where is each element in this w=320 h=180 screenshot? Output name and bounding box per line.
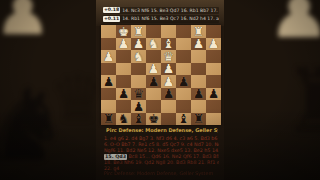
- black-rook: ♜: [193, 113, 204, 126]
- square-c8: ♝: [176, 113, 191, 126]
- white-pawn: ♟: [208, 38, 219, 51]
- square-c6: [176, 88, 191, 101]
- black-pawn: ♟: [193, 88, 204, 101]
- square-d8: [161, 113, 176, 126]
- square-a8: [206, 113, 221, 126]
- square-g8: ♞: [116, 113, 131, 126]
- square-b2: ♟: [191, 38, 206, 51]
- square-a4: [206, 63, 221, 76]
- engine-moves: 14. Nc3 Nf6 15. Be3 Qd7 16. Rb1 Bb7 17. …: [122, 7, 219, 14]
- white-pawn: ♟: [103, 50, 114, 63]
- square-b4: [191, 63, 206, 76]
- eval-badge: +0.18: [103, 7, 120, 13]
- white-knight: ♞: [133, 50, 144, 63]
- square-d7: [161, 100, 176, 113]
- square-h6: [101, 88, 116, 101]
- background-pawn-icon: ♟: [0, 0, 51, 44]
- square-b6: ♟: [191, 88, 206, 101]
- square-a7: [206, 100, 221, 113]
- square-h8: ♜: [101, 113, 116, 126]
- square-h5: ♟: [101, 75, 116, 88]
- background-rook-icon: ♜: [282, 58, 320, 146]
- black-king: ♚: [148, 113, 159, 126]
- video-thumbnail: ♟ ♟ ♞ ♛ ♜ +0.18 14. Nc3 Nf6 15. Be3 Qd7 …: [0, 0, 320, 180]
- chess-board: ♚♜♜♟♟♞♝♟♟♟♞♛♟♟♟♟♟♟♟♛♟♟♟♟♜♞♝♚♝♜: [101, 25, 221, 125]
- square-a6: ♟: [206, 88, 221, 101]
- square-c3: [176, 50, 191, 63]
- black-pawn: ♟: [178, 75, 189, 88]
- eval-badge: +0.11: [103, 16, 120, 22]
- black-pawn: ♟: [118, 88, 129, 101]
- background-pawn-icon: ♟: [268, 0, 320, 48]
- square-c5: ♟: [176, 75, 191, 88]
- square-a3: [206, 50, 221, 63]
- white-pawn: ♟: [193, 38, 204, 51]
- square-a2: ♟: [206, 38, 221, 51]
- black-pawn: ♟: [103, 75, 114, 88]
- square-c1: [176, 25, 191, 38]
- black-bishop: ♝: [133, 113, 144, 126]
- square-d6: ♟: [161, 88, 176, 101]
- square-e5: ♟: [146, 75, 161, 88]
- movelist-line: Pirc Defense: Modern Defense, Geller Sys…: [104, 171, 219, 176]
- black-pawn: ♟: [208, 88, 219, 101]
- square-g2: ♟: [116, 38, 131, 51]
- highlighted-move: 15. Qd3: [104, 154, 127, 160]
- movelist-line: 18. Be3 Nh6 19. Qd2 Ng8 20. Bd3 Rb8 21. …: [104, 160, 219, 166]
- engine-line-1: +0.18 14. Nc3 Nf6 15. Be3 Qd7 16. Rb1 Bb…: [103, 7, 219, 15]
- movelist-line: 6. O-O Bb7 7. Re1 c5 8. d5 Qc7 9. c4 Nd7…: [104, 142, 219, 148]
- square-b8: ♜: [191, 113, 206, 126]
- black-pawn: ♟: [148, 75, 159, 88]
- square-f4: [131, 63, 146, 76]
- square-g3: [116, 50, 131, 63]
- movelist-line: Ngf6 11. Bd2 Ne5 12. Nxe5 dxe5 13. Be2 h…: [104, 148, 219, 154]
- square-h3: ♟: [101, 50, 116, 63]
- square-e8: ♚: [146, 113, 161, 126]
- black-knight: ♞: [118, 113, 129, 126]
- move-list: 1. e4 g6 2. d4 Bg7 3. Nf3 d6 4. c3 a6 5.…: [104, 136, 219, 176]
- square-f3: ♞: [131, 50, 146, 63]
- movelist-line: 15. Qd3 Bc8 15... Qd6 16. Ne2 Qf6 17. Bd…: [104, 154, 219, 160]
- square-g4: [116, 63, 131, 76]
- white-knight: ♞: [148, 38, 159, 51]
- square-e2: ♞: [146, 38, 161, 51]
- square-h1: [101, 25, 116, 38]
- white-pawn: ♟: [118, 38, 129, 51]
- square-g6: ♟: [116, 88, 131, 101]
- black-bishop: ♝: [178, 113, 189, 126]
- engine-line-2: +0.11 14. Rb1 Nf6 15. Be3 Qc7 16. Nd2 h4…: [103, 15, 219, 23]
- square-c2: [176, 38, 191, 51]
- square-f8: ♝: [131, 113, 146, 126]
- engine-moves: 14. Rb1 Nf6 15. Be3 Qc7 16. Nd2 h4 17. a…: [122, 15, 219, 22]
- black-rook: ♜: [103, 113, 114, 126]
- square-e6: [146, 88, 161, 101]
- opening-name-caption: Pirc Defense: Modern Defense, Geller Sys…: [106, 127, 218, 133]
- square-b3: [191, 50, 206, 63]
- black-pawn: ♟: [163, 88, 174, 101]
